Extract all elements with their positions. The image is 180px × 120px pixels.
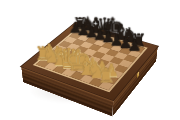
black-pawn-piece: ♟ bbox=[120, 38, 150, 54]
chess-set-photo: ♜♞♝♛♚♝♞♜♟♟♟♟♟♟♟♟♟♟♟♟♟♟♟♟♜♞♝♛♚♝♞♜ bbox=[0, 0, 180, 120]
chess-box: ♜♞♝♛♚♝♞♜♟♟♟♟♟♟♟♟♟♟♟♟♟♟♟♟♜♞♝♛♚♝♞♜ bbox=[21, 22, 158, 100]
brass-clasp-icon bbox=[137, 71, 139, 78]
square-h1: ♜ bbox=[99, 81, 114, 90]
white-rook-piece: ♜ bbox=[90, 66, 123, 86]
